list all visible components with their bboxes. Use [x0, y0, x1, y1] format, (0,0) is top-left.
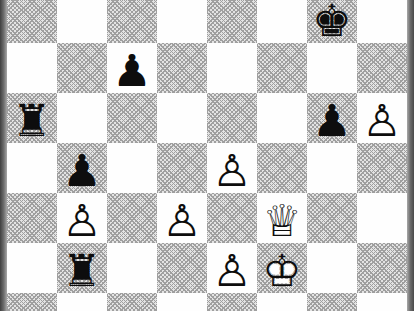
chess-diagram: ♚♟♜♟♟♙♟♟♙♟♙♟♙♛♕♜♟♙♚♔ — [0, 0, 414, 311]
board-border-left — [0, 0, 7, 311]
square-c4 — [107, 143, 157, 193]
square-c7 — [107, 0, 157, 43]
piece-white-queen: ♛♕ — [257, 196, 307, 246]
board-border-right — [407, 0, 414, 311]
piece-white-pawn: ♟♙ — [57, 196, 107, 246]
square-f3: ♛♕ — [257, 193, 307, 243]
square-a7 — [7, 0, 57, 43]
square-e6 — [207, 43, 257, 93]
square-h7 — [357, 0, 407, 43]
square-e1 — [207, 293, 257, 311]
piece-white-pawn: ♟♙ — [157, 196, 207, 246]
square-a6 — [7, 43, 57, 93]
square-f4 — [257, 143, 307, 193]
square-d6 — [157, 43, 207, 93]
square-e2: ♟♙ — [207, 243, 257, 293]
square-c3 — [107, 193, 157, 243]
square-f2: ♚♔ — [257, 243, 307, 293]
square-g1 — [307, 293, 357, 311]
piece-white-king: ♚♔ — [257, 246, 307, 296]
square-c2 — [107, 243, 157, 293]
square-b5 — [57, 93, 107, 143]
piece-black-rook: ♜ — [7, 96, 57, 146]
square-c5 — [107, 93, 157, 143]
square-b6 — [57, 43, 107, 93]
square-e5 — [207, 93, 257, 143]
square-h4 — [357, 143, 407, 193]
square-f6 — [257, 43, 307, 93]
square-b4: ♟ — [57, 143, 107, 193]
square-a1 — [7, 293, 57, 311]
piece-white-pawn: ♟♙ — [357, 96, 407, 146]
square-h5: ♟♙ — [357, 93, 407, 143]
square-d1 — [157, 293, 207, 311]
piece-black-pawn: ♟ — [107, 46, 157, 96]
square-c1 — [107, 293, 157, 311]
square-f1 — [257, 293, 307, 311]
square-d2 — [157, 243, 207, 293]
square-g4 — [307, 143, 357, 193]
square-e7 — [207, 0, 257, 43]
square-g5: ♟ — [307, 93, 357, 143]
square-g6 — [307, 43, 357, 93]
square-d7 — [157, 0, 207, 43]
square-h3 — [357, 193, 407, 243]
square-h1 — [357, 293, 407, 311]
square-e3 — [207, 193, 257, 243]
chessboard: ♚♟♜♟♟♙♟♟♙♟♙♟♙♛♕♜♟♙♚♔ — [7, 0, 407, 311]
square-c6: ♟ — [107, 43, 157, 93]
square-b7 — [57, 0, 107, 43]
square-g7: ♚ — [307, 0, 357, 43]
square-b3: ♟♙ — [57, 193, 107, 243]
square-d3: ♟♙ — [157, 193, 207, 243]
square-e4: ♟♙ — [207, 143, 257, 193]
square-b2: ♜ — [57, 243, 107, 293]
piece-black-pawn: ♟ — [57, 146, 107, 196]
piece-white-pawn: ♟♙ — [207, 146, 257, 196]
piece-white-pawn: ♟♙ — [207, 246, 257, 296]
piece-black-king: ♚ — [307, 0, 357, 46]
square-d5 — [157, 93, 207, 143]
piece-black-pawn: ♟ — [307, 96, 357, 146]
square-g3 — [307, 193, 357, 243]
piece-black-rook: ♜ — [57, 246, 107, 296]
square-a3 — [7, 193, 57, 243]
square-b1 — [57, 293, 107, 311]
square-a2 — [7, 243, 57, 293]
square-d4 — [157, 143, 207, 193]
square-f5 — [257, 93, 307, 143]
square-f7 — [257, 0, 307, 43]
square-h2 — [357, 243, 407, 293]
square-h6 — [357, 43, 407, 93]
square-a4 — [7, 143, 57, 193]
square-a5: ♜ — [7, 93, 57, 143]
square-g2 — [307, 243, 357, 293]
